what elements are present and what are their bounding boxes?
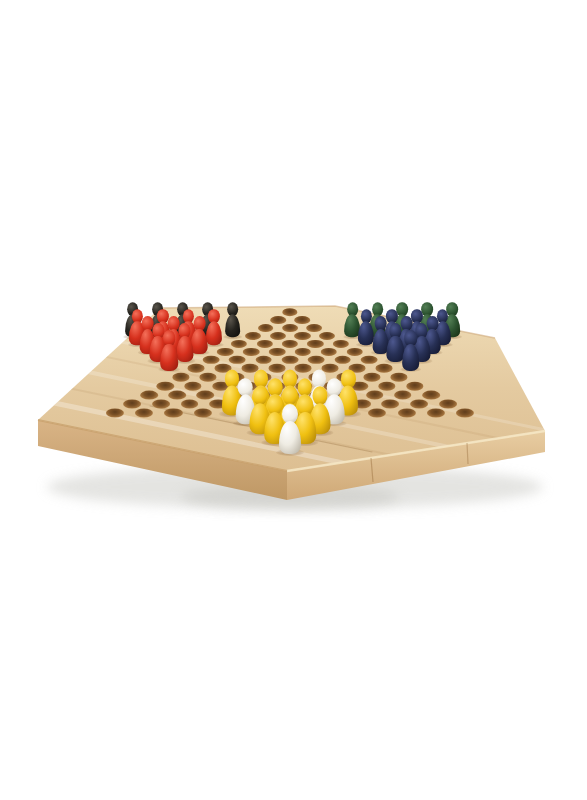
board-hole[interactable] — [258, 324, 274, 332]
board-hole[interactable] — [398, 409, 416, 418]
board-hole[interactable] — [282, 324, 298, 332]
board-hole[interactable] — [456, 409, 474, 418]
board-hole[interactable] — [294, 332, 310, 340]
board-hole[interactable] — [123, 400, 141, 409]
chinese-checkers-product-photo — [0, 0, 587, 800]
peg-body — [191, 329, 208, 354]
peg-body — [161, 344, 179, 370]
board-hole[interactable] — [245, 332, 261, 340]
peg-body — [225, 314, 241, 338]
board-hole[interactable] — [140, 390, 158, 399]
board-hole[interactable] — [181, 400, 199, 409]
board-hole[interactable] — [156, 382, 173, 391]
board-hole[interactable] — [422, 390, 440, 399]
board-hole[interactable] — [439, 400, 457, 409]
board-hole[interactable] — [391, 373, 408, 382]
peg-white[interactable] — [279, 404, 301, 454]
board-hole[interactable] — [184, 382, 201, 391]
board-hole[interactable] — [368, 409, 386, 418]
peg-body — [206, 321, 222, 345]
board-hole[interactable] — [194, 409, 212, 418]
board-hole[interactable] — [172, 373, 189, 382]
board-hole[interactable] — [270, 316, 286, 324]
board-hole[interactable] — [307, 324, 323, 332]
board-hole[interactable] — [200, 373, 217, 382]
board-hole[interactable] — [135, 409, 153, 418]
board-hole[interactable] — [406, 382, 423, 391]
peg-red[interactable] — [161, 330, 179, 370]
board-hole[interactable] — [168, 390, 186, 399]
peg-body — [279, 421, 301, 454]
board-hole[interactable] — [381, 400, 399, 409]
board-hole[interactable] — [394, 390, 412, 399]
board-hole[interactable] — [363, 373, 380, 382]
board-hole[interactable] — [427, 409, 445, 418]
peg-red[interactable] — [206, 309, 222, 346]
peg-black[interactable] — [225, 302, 241, 338]
peg-red[interactable] — [176, 323, 193, 362]
board-hole[interactable] — [294, 316, 310, 324]
board-hole[interactable] — [410, 400, 428, 409]
board-hole[interactable] — [270, 332, 286, 340]
board-hole[interactable] — [366, 390, 384, 399]
board-hole[interactable] — [106, 409, 124, 418]
peg-body — [402, 344, 420, 370]
board-hole[interactable] — [319, 332, 335, 340]
board-hole[interactable] — [152, 400, 170, 409]
board-hole[interactable] — [164, 409, 182, 418]
peg-body — [176, 336, 193, 362]
board-hole[interactable] — [282, 309, 297, 317]
board-hole[interactable] — [197, 390, 215, 399]
peg-navy[interactable] — [402, 330, 420, 370]
peg-red[interactable] — [191, 316, 208, 354]
board-hole[interactable] — [378, 382, 395, 391]
